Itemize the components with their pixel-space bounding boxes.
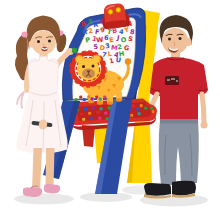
boy-jeans-waistband <box>160 119 198 124</box>
held-magnet <box>72 48 78 54</box>
lion-eye-left <box>82 65 85 68</box>
lion-eye-right <box>92 65 95 68</box>
girl-leg-left <box>32 148 42 191</box>
magnet-piece <box>146 103 149 106</box>
lion-paw-2 <box>97 101 103 105</box>
girl-hairtie-left <box>22 32 28 38</box>
magnet-piece <box>106 98 109 101</box>
girl-waist-ribbon <box>17 92 24 108</box>
boy-shoe-left <box>144 183 171 196</box>
magnet-piece <box>140 104 143 107</box>
boy-ear <box>186 38 192 46</box>
lion-paw-4 <box>116 98 122 102</box>
clip-dot-right <box>116 7 121 12</box>
magnet-piece <box>96 110 100 114</box>
girl-leg-right <box>46 148 55 188</box>
lion-tail-tuft <box>125 58 131 64</box>
lion-paw-3 <box>107 101 113 105</box>
boy-right-arm <box>202 94 204 122</box>
magnet-piece <box>74 98 77 101</box>
product-photo: B5RA7K3ZNX2F9TB4Y8P1W6EJOS5D3M2G7L4H1U <box>0 0 220 220</box>
boy-shoe-right <box>172 181 196 196</box>
magnet-piece <box>99 98 102 101</box>
girl-nose <box>44 44 45 47</box>
boy-eye-right <box>179 37 182 40</box>
magnet-piece <box>137 112 140 115</box>
girl-bodice <box>28 57 59 93</box>
magnet-piece <box>131 104 135 108</box>
magnet-piece <box>150 107 153 110</box>
top-clip <box>101 2 131 29</box>
magnet-piece <box>88 112 91 115</box>
clip-dot-left <box>108 9 113 14</box>
magnet-piece <box>136 107 139 110</box>
magnet-piece <box>152 110 155 113</box>
magnet-piece <box>83 98 86 101</box>
girl-ear <box>29 40 35 47</box>
girl-shoe-left <box>23 187 42 197</box>
girl-shoe-right <box>44 184 61 194</box>
scene-svg: B5RA7K3ZNX2F9TB4Y8P1W6EJOS5D3M2G7L4H1U <box>0 0 220 220</box>
girl-eye-left <box>37 40 40 43</box>
magnet-piece <box>82 118 85 121</box>
lion-paw-1 <box>88 100 94 104</box>
magnet-piece <box>89 117 92 120</box>
magnetic-letter: U <box>115 56 121 65</box>
boy-eye-left <box>168 38 171 41</box>
magnet-piece <box>87 95 90 98</box>
magnet-piece <box>95 95 98 98</box>
magnet-piece <box>84 107 88 111</box>
boy-right-hand <box>201 122 208 129</box>
shadow-girl <box>14 194 74 205</box>
magnet-piece <box>130 114 133 117</box>
girl-eye-right <box>48 40 51 43</box>
